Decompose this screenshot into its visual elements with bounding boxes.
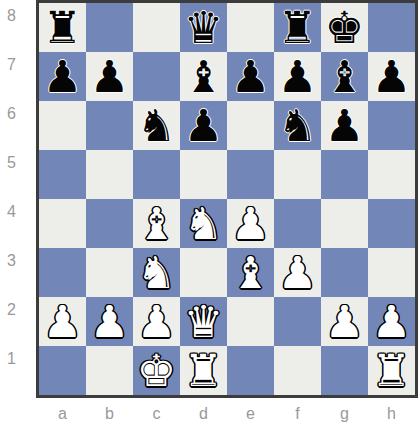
square-e8[interactable] [227, 3, 274, 52]
black-pawn-icon: ♟ [43, 52, 82, 101]
black-bishop-icon: ♝ [325, 52, 364, 101]
square-h7[interactable]: ♟ [368, 52, 415, 101]
square-h2[interactable]: ♟ [368, 297, 415, 346]
black-pawn-icon: ♟ [325, 101, 364, 150]
square-d7[interactable]: ♝ [180, 52, 227, 101]
square-b3[interactable] [86, 248, 133, 297]
black-queen-icon: ♛ [184, 3, 223, 52]
square-a7[interactable]: ♟ [39, 52, 86, 101]
black-pawn-icon: ♟ [372, 52, 411, 101]
white-queen-icon: ♛ [184, 297, 223, 346]
square-e3[interactable]: ♝ [227, 248, 274, 297]
square-e6[interactable] [227, 101, 274, 150]
square-e7[interactable]: ♟ [227, 52, 274, 101]
square-c1[interactable]: ♚ [133, 346, 180, 395]
square-h8[interactable] [368, 3, 415, 52]
square-c3[interactable]: ♞ [133, 248, 180, 297]
square-g1[interactable] [321, 346, 368, 395]
white-king-icon: ♚ [137, 346, 176, 395]
square-g7[interactable]: ♝ [321, 52, 368, 101]
black-bishop-icon: ♝ [184, 52, 223, 101]
square-a4[interactable] [39, 199, 86, 248]
black-pawn-icon: ♟ [278, 52, 317, 101]
square-a5[interactable] [39, 150, 86, 199]
white-rook-icon: ♜ [184, 346, 223, 395]
square-f7[interactable]: ♟ [274, 52, 321, 101]
black-pawn-icon: ♟ [90, 52, 129, 101]
square-g2[interactable]: ♟ [321, 297, 368, 346]
file-label-d: d [180, 400, 227, 423]
square-g5[interactable] [321, 150, 368, 199]
white-pawn-icon: ♟ [278, 248, 317, 297]
chess-board: ♜♛♜♚♟♟♝♟♟♝♟♞♟♞♟♝♞♟♞♝♟♟♟♟♛♟♟♚♜♜ [36, 0, 418, 398]
square-g3[interactable] [321, 248, 368, 297]
square-d1[interactable]: ♜ [180, 346, 227, 395]
file-label-f: f [274, 400, 321, 423]
rank-labels: 87654321 [0, 3, 36, 395]
square-a6[interactable] [39, 101, 86, 150]
file-label-b: b [86, 400, 133, 423]
square-h6[interactable] [368, 101, 415, 150]
black-rook-icon: ♜ [43, 3, 82, 52]
square-e4[interactable]: ♟ [227, 199, 274, 248]
square-d3[interactable] [180, 248, 227, 297]
file-label-a: a [39, 400, 86, 423]
square-f1[interactable] [274, 346, 321, 395]
square-b4[interactable] [86, 199, 133, 248]
black-pawn-icon: ♟ [231, 52, 270, 101]
square-c7[interactable] [133, 52, 180, 101]
square-d8[interactable]: ♛ [180, 3, 227, 52]
white-rook-icon: ♜ [372, 346, 411, 395]
black-knight-icon: ♞ [137, 101, 176, 150]
square-g8[interactable]: ♚ [321, 3, 368, 52]
square-f8[interactable]: ♜ [274, 3, 321, 52]
black-knight-icon: ♞ [278, 101, 317, 150]
white-pawn-icon: ♟ [372, 297, 411, 346]
black-rook-icon: ♜ [278, 3, 317, 52]
rank-label-7: 7 [0, 52, 36, 101]
square-h4[interactable] [368, 199, 415, 248]
square-h1[interactable]: ♜ [368, 346, 415, 395]
white-pawn-icon: ♟ [137, 297, 176, 346]
square-d2[interactable]: ♛ [180, 297, 227, 346]
file-label-g: g [321, 400, 368, 423]
square-g4[interactable] [321, 199, 368, 248]
white-bishop-icon: ♝ [137, 199, 176, 248]
rank-label-4: 4 [0, 199, 36, 248]
white-pawn-icon: ♟ [90, 297, 129, 346]
white-pawn-icon: ♟ [43, 297, 82, 346]
square-a1[interactable] [39, 346, 86, 395]
rank-label-8: 8 [0, 3, 36, 52]
chess-diagram: 87654321 ♜♛♜♚♟♟♝♟♟♝♟♞♟♞♟♝♞♟♞♝♟♟♟♟♛♟♟♚♜♜ … [0, 0, 418, 425]
square-f6[interactable]: ♞ [274, 101, 321, 150]
square-h5[interactable] [368, 150, 415, 199]
rank-label-3: 3 [0, 248, 36, 297]
square-a2[interactable]: ♟ [39, 297, 86, 346]
square-f3[interactable]: ♟ [274, 248, 321, 297]
square-c2[interactable]: ♟ [133, 297, 180, 346]
square-a3[interactable] [39, 248, 86, 297]
square-d6[interactable]: ♟ [180, 101, 227, 150]
rank-label-2: 2 [0, 297, 36, 346]
square-b1[interactable] [86, 346, 133, 395]
square-h3[interactable] [368, 248, 415, 297]
square-c5[interactable] [133, 150, 180, 199]
square-b6[interactable] [86, 101, 133, 150]
square-b5[interactable] [86, 150, 133, 199]
white-knight-icon: ♞ [137, 248, 176, 297]
file-label-c: c [133, 400, 180, 423]
file-label-e: e [227, 400, 274, 423]
black-pawn-icon: ♟ [184, 101, 223, 150]
white-pawn-icon: ♟ [325, 297, 364, 346]
square-b7[interactable]: ♟ [86, 52, 133, 101]
square-c6[interactable]: ♞ [133, 101, 180, 150]
square-c8[interactable] [133, 3, 180, 52]
square-d4[interactable]: ♞ [180, 199, 227, 248]
black-king-icon: ♚ [325, 3, 364, 52]
white-pawn-icon: ♟ [231, 199, 270, 248]
white-bishop-icon: ♝ [231, 248, 270, 297]
square-f4[interactable] [274, 199, 321, 248]
rank-label-6: 6 [0, 101, 36, 150]
square-f2[interactable] [274, 297, 321, 346]
square-a8[interactable]: ♜ [39, 3, 86, 52]
square-b2[interactable]: ♟ [86, 297, 133, 346]
square-b8[interactable] [86, 3, 133, 52]
file-labels: abcdefgh [39, 400, 415, 423]
square-e5[interactable] [227, 150, 274, 199]
file-label-h: h [368, 400, 415, 423]
square-g6[interactable]: ♟ [321, 101, 368, 150]
square-e2[interactable] [227, 297, 274, 346]
square-f5[interactable] [274, 150, 321, 199]
white-knight-icon: ♞ [184, 199, 223, 248]
rank-label-5: 5 [0, 150, 36, 199]
square-c4[interactable]: ♝ [133, 199, 180, 248]
square-e1[interactable] [227, 346, 274, 395]
square-d5[interactable] [180, 150, 227, 199]
rank-label-1: 1 [0, 346, 36, 395]
